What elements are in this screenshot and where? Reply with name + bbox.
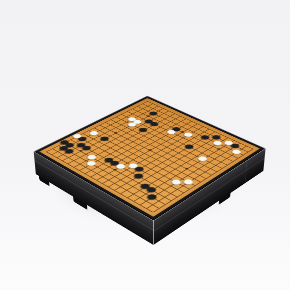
stone-white: ●	[85, 153, 100, 161]
stone-white: ●	[114, 162, 129, 170]
stone-white: ●	[196, 154, 211, 162]
product-photo: ●●●●●●●●●●●●●●●●●●●●●●●●●●●●●●●●●●●●●●●●…	[0, 0, 290, 290]
star-point	[79, 150, 83, 152]
star-point	[113, 168, 117, 170]
star-point	[148, 149, 152, 151]
stone-white: ●	[84, 159, 99, 167]
stone-white: ●	[169, 178, 184, 187]
fold-seam	[245, 161, 247, 183]
stone-white: ●	[126, 162, 141, 170]
stone-black: ●	[132, 165, 147, 173]
stone-black: ●	[145, 192, 161, 201]
stone-black: ●	[102, 156, 117, 164]
stone-white: ●	[181, 177, 196, 186]
star-point	[185, 167, 189, 169]
stone-black: ●	[132, 171, 147, 180]
stone-black: ●	[144, 185, 160, 194]
stone-black: ●	[138, 181, 154, 190]
star-point	[150, 188, 154, 190]
stone-black: ●	[108, 159, 123, 167]
